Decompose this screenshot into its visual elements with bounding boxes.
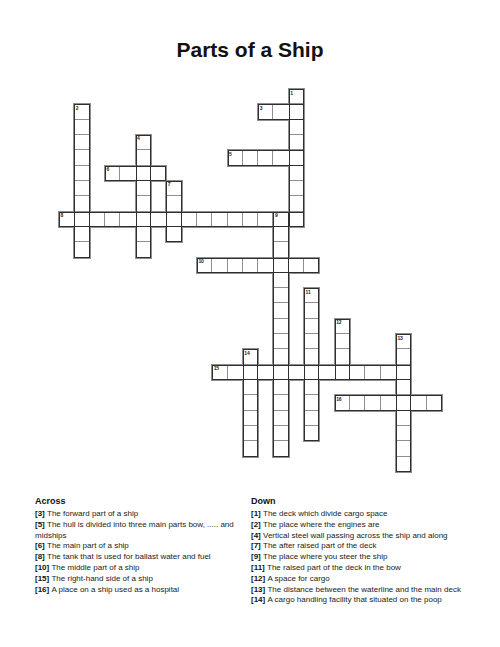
cell-r9-c5[interactable] — [136, 227, 151, 242]
clue-number: [6] — [35, 541, 47, 550]
cell-r9-c1[interactable] — [74, 227, 89, 242]
cell-r18-c11[interactable] — [228, 365, 243, 380]
cell-r15-c14[interactable] — [273, 319, 288, 334]
cell-r21-c12[interactable] — [243, 411, 258, 426]
cell-r21-c14[interactable] — [273, 411, 288, 426]
cell-r0-c15[interactable] — [289, 89, 304, 104]
cell-r22-c12[interactable] — [243, 426, 258, 441]
cell-r1-c14[interactable] — [273, 104, 288, 119]
cell-r6-c1[interactable] — [74, 181, 89, 196]
clue-text: The middle part of a ship — [51, 563, 139, 572]
cell-r22-c16[interactable] — [304, 426, 319, 441]
clue-6-across: [6] The main part of a ship — [35, 541, 253, 552]
cell-r11-c13[interactable] — [258, 258, 273, 273]
across-clues-section: Across [3] The forward part of a ship[5]… — [35, 497, 253, 595]
crossword-grid: 12345678910111213141516 — [59, 89, 442, 472]
cell-r11-c14[interactable] — [273, 258, 288, 273]
cell-r11-c12[interactable] — [243, 258, 258, 273]
cell-r8-c2[interactable] — [90, 212, 105, 227]
clue-16-across: [16] A place on a ship used as a hospita… — [35, 585, 253, 596]
cell-r17-c12[interactable] — [243, 349, 258, 364]
cell-r20-c19[interactable] — [350, 395, 365, 410]
down-clues-section: Down [1] The deck which divide cargo spa… — [251, 497, 479, 606]
cell-r8-c9[interactable] — [197, 212, 212, 227]
cell-r15-c18[interactable] — [335, 319, 350, 334]
clue-text: A cargo handling facility that situated … — [267, 595, 441, 604]
cell-r2-c1[interactable] — [74, 120, 89, 135]
clue-text: The right-hand side of a ship — [51, 574, 152, 583]
cell-r19-c16[interactable] — [304, 380, 319, 395]
across-header: Across — [35, 497, 253, 506]
cell-r19-c14[interactable] — [273, 380, 288, 395]
cell-r4-c15[interactable] — [289, 150, 304, 165]
clue-number: [3] — [35, 509, 47, 518]
cell-r5-c1[interactable] — [74, 166, 89, 181]
cell-r24-c22[interactable] — [396, 457, 411, 472]
cell-r8-c0[interactable] — [59, 212, 74, 227]
clue-text: The deck which divide cargo space — [263, 509, 388, 518]
clue-7-down: [7] The after raised part of the deck — [251, 541, 479, 552]
cell-r7-c15[interactable] — [289, 196, 304, 211]
clue-8-across: [8] The tank that is used for ballast wa… — [35, 552, 253, 563]
cell-r16-c22[interactable] — [396, 334, 411, 349]
clue-text: The raised part of the deck in the bow — [267, 563, 401, 572]
clue-text: The distance between the waterline and t… — [267, 585, 460, 594]
cell-r22-c22[interactable] — [396, 426, 411, 441]
cell-r4-c13[interactable] — [258, 150, 273, 165]
cell-r17-c16[interactable] — [304, 349, 319, 364]
cell-r4-c1[interactable] — [74, 150, 89, 165]
cell-r16-c16[interactable] — [304, 334, 319, 349]
cell-r16-c14[interactable] — [273, 334, 288, 349]
cell-r10-c14[interactable] — [273, 242, 288, 257]
cell-r7-c5[interactable] — [136, 196, 151, 211]
cell-r5-c4[interactable] — [120, 166, 135, 181]
clue-number: [4] — [251, 531, 263, 540]
clue-number: [1] — [251, 509, 263, 518]
cell-r12-c14[interactable] — [273, 273, 288, 288]
cell-r10-c5[interactable] — [136, 242, 151, 257]
cell-r11-c16[interactable] — [304, 258, 319, 273]
clue-text: A place on a ship used as a hospital — [51, 585, 179, 594]
across-clue-list: [3] The forward part of a ship[5] The hu… — [35, 509, 253, 595]
cell-r6-c7[interactable] — [166, 181, 181, 196]
cell-r20-c12[interactable] — [243, 395, 258, 410]
cell-r8-c1[interactable] — [74, 212, 89, 227]
cell-r18-c20[interactable] — [365, 365, 380, 380]
clue-text: A space for cargo — [267, 574, 329, 583]
cell-r18-c13[interactable] — [258, 365, 273, 380]
cell-r23-c22[interactable] — [396, 441, 411, 456]
cell-r4-c12[interactable] — [243, 150, 258, 165]
cell-r18-c15[interactable] — [289, 365, 304, 380]
cell-r8-c6[interactable] — [151, 212, 166, 227]
clue-2-down: [2] The place where the engines are — [251, 520, 479, 531]
cell-r1-c1[interactable] — [74, 104, 89, 119]
clue-text: The tank that is used for ballast water … — [47, 552, 211, 561]
cell-r14-c14[interactable] — [273, 303, 288, 318]
cell-r5-c15[interactable] — [289, 166, 304, 181]
cell-r20-c16[interactable] — [304, 395, 319, 410]
clue-number: [16] — [35, 585, 51, 594]
cell-r2-c15[interactable] — [289, 120, 304, 135]
clue-text: The forward part of a ship — [47, 509, 138, 518]
page-title: Parts of a Ship — [0, 38, 500, 62]
cell-r19-c12[interactable] — [243, 380, 258, 395]
cell-r7-c7[interactable] — [166, 196, 181, 211]
cell-r3-c5[interactable] — [136, 135, 151, 150]
cell-r8-c13[interactable] — [258, 212, 273, 227]
cell-r10-c1[interactable] — [74, 242, 89, 257]
cell-r1-c13[interactable] — [258, 104, 273, 119]
cell-r19-c22[interactable] — [396, 380, 411, 395]
cell-r11-c15[interactable] — [289, 258, 304, 273]
cell-r18-c18[interactable] — [335, 365, 350, 380]
cell-r20-c14[interactable] — [273, 395, 288, 410]
clue-15-across: [15] The right-hand side of a ship — [35, 574, 253, 585]
cell-r18-c14[interactable] — [273, 365, 288, 380]
clue-number: [8] — [35, 552, 47, 561]
cell-r20-c22[interactable] — [396, 395, 411, 410]
cell-r4-c14[interactable] — [273, 150, 288, 165]
cell-r8-c12[interactable] — [243, 212, 258, 227]
clue-13-down: [13] The distance between the waterline … — [251, 585, 479, 596]
cell-r18-c10[interactable] — [212, 365, 227, 380]
down-clue-list: [1] The deck which divide cargo space[2]… — [251, 509, 479, 606]
cell-r18-c21[interactable] — [381, 365, 396, 380]
cell-r8-c7[interactable] — [166, 212, 181, 227]
cell-r18-c19[interactable] — [350, 365, 365, 380]
cell-r4-c11[interactable] — [228, 150, 243, 165]
cell-r13-c16[interactable] — [304, 288, 319, 303]
clue-number: [9] — [251, 552, 263, 561]
cell-r21-c22[interactable] — [396, 411, 411, 426]
clue-9-down: [9] The place where you steer the ship — [251, 552, 479, 563]
clue-number: [13] — [251, 585, 267, 594]
clue-number: [10] — [35, 563, 51, 572]
cell-r8-c3[interactable] — [105, 212, 120, 227]
clue-5-across: [5] The hull is divided into three main … — [35, 520, 253, 542]
cell-r21-c16[interactable] — [304, 411, 319, 426]
cell-r20-c20[interactable] — [365, 395, 380, 410]
cell-r8-c5[interactable] — [136, 212, 151, 227]
clue-number: [14] — [251, 595, 267, 604]
cell-r18-c22[interactable] — [396, 365, 411, 380]
cell-r20-c18[interactable] — [335, 395, 350, 410]
clue-number: [2] — [251, 520, 263, 529]
clue-number: [5] — [35, 520, 47, 529]
cell-r16-c18[interactable] — [335, 334, 350, 349]
clue-number: [12] — [251, 574, 267, 583]
cell-r18-c16[interactable] — [304, 365, 319, 380]
clue-1-down: [1] The deck which divide cargo space — [251, 509, 479, 520]
cell-r1-c15[interactable] — [289, 104, 304, 119]
cell-r11-c10[interactable] — [212, 258, 227, 273]
cell-r17-c14[interactable] — [273, 349, 288, 364]
cell-r8-c4[interactable] — [120, 212, 135, 227]
clue-number: [15] — [35, 574, 51, 583]
cell-r6-c5[interactable] — [136, 181, 151, 196]
cell-r8-c15[interactable] — [289, 212, 304, 227]
cell-r20-c23[interactable] — [411, 395, 426, 410]
cell-r23-c12[interactable] — [243, 441, 258, 456]
clue-text: The main part of a ship — [47, 541, 129, 550]
cell-r3-c1[interactable] — [74, 135, 89, 150]
cell-r15-c16[interactable] — [304, 319, 319, 334]
cell-r11-c9[interactable] — [197, 258, 212, 273]
clue-text: Vertical steel wall passing across the s… — [263, 531, 448, 540]
cell-r4-c5[interactable] — [136, 150, 151, 165]
clue-3-across: [3] The forward part of a ship — [35, 509, 253, 520]
cell-r7-c1[interactable] — [74, 196, 89, 211]
cell-r5-c3[interactable] — [105, 166, 120, 181]
cell-r11-c11[interactable] — [228, 258, 243, 273]
clue-12-down: [12] A space for cargo — [251, 574, 479, 585]
clue-14-down: [14] A cargo handling facility that situ… — [251, 595, 479, 606]
cell-r8-c10[interactable] — [212, 212, 227, 227]
cell-r5-c5[interactable] — [136, 166, 151, 181]
cell-r18-c12[interactable] — [243, 365, 258, 380]
cell-r18-c17[interactable] — [319, 365, 334, 380]
cell-r9-c14[interactable] — [273, 227, 288, 242]
cell-r14-c16[interactable] — [304, 303, 319, 318]
cell-r13-c14[interactable] — [273, 288, 288, 303]
cell-r20-c24[interactable] — [427, 395, 442, 410]
crossword-page: Parts of a Ship 12345678910111213141516 … — [0, 0, 500, 647]
cell-r6-c15[interactable] — [289, 181, 304, 196]
clue-4-down: [4] Vertical steel wall passing across t… — [251, 531, 479, 542]
clue-number: [7] — [251, 541, 263, 550]
cell-r23-c14[interactable] — [273, 441, 288, 456]
cell-r22-c14[interactable] — [273, 426, 288, 441]
clue-10-across: [10] The middle part of a ship — [35, 563, 253, 574]
clue-text: The hull is divided into three main part… — [35, 520, 234, 540]
cell-r17-c18[interactable] — [335, 349, 350, 364]
cell-r5-c6[interactable] — [151, 166, 166, 181]
cell-r20-c21[interactable] — [381, 395, 396, 410]
cell-r9-c7[interactable] — [166, 227, 181, 242]
cell-r3-c15[interactable] — [289, 135, 304, 150]
clue-text: The after raised part of the deck — [263, 541, 376, 550]
cell-r8-c8[interactable] — [182, 212, 197, 227]
down-header: Down — [251, 497, 479, 506]
clue-text: The place where you steer the ship — [263, 552, 388, 561]
cell-r17-c22[interactable] — [396, 349, 411, 364]
clue-11-down: [11] The raised part of the deck in the … — [251, 563, 479, 574]
cell-r8-c11[interactable] — [228, 212, 243, 227]
clue-text: The place where the engines are — [263, 520, 380, 529]
clue-number: [11] — [251, 563, 267, 572]
cell-r8-c14[interactable] — [273, 212, 288, 227]
